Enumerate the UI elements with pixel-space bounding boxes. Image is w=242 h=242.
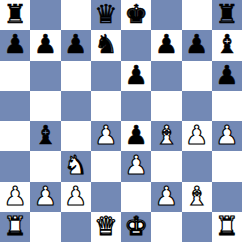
square-f6[interactable] xyxy=(151,61,181,91)
piece-white-pawn[interactable]: ♟ xyxy=(3,183,26,209)
piece-black-bishop[interactable]: ♝ xyxy=(215,31,238,57)
piece-white-pawn[interactable]: ♟ xyxy=(124,152,147,178)
piece-white-pawn[interactable]: ♟ xyxy=(155,183,178,209)
square-b4[interactable]: ♝ xyxy=(30,121,60,151)
square-e7[interactable] xyxy=(121,30,151,60)
square-d3[interactable] xyxy=(91,151,121,181)
square-f2[interactable]: ♟ xyxy=(151,182,181,212)
square-f4[interactable]: ♝ xyxy=(151,121,181,151)
square-h3[interactable] xyxy=(212,151,242,181)
square-f1[interactable] xyxy=(151,212,181,242)
square-g1[interactable] xyxy=(182,212,212,242)
square-g7[interactable]: ♟ xyxy=(182,30,212,60)
square-c1[interactable] xyxy=(61,212,91,242)
square-g6[interactable] xyxy=(182,61,212,91)
piece-white-pawn[interactable]: ♟ xyxy=(34,183,57,209)
square-g4[interactable]: ♟ xyxy=(182,121,212,151)
piece-black-king[interactable]: ♚ xyxy=(124,1,147,27)
square-d4[interactable]: ♟ xyxy=(91,121,121,151)
square-e3[interactable]: ♟ xyxy=(121,151,151,181)
square-c5[interactable] xyxy=(61,91,91,121)
square-h1[interactable]: ♜ xyxy=(212,212,242,242)
square-f8[interactable] xyxy=(151,0,181,30)
piece-white-pawn[interactable]: ♟ xyxy=(94,122,117,148)
square-a6[interactable] xyxy=(0,61,30,91)
piece-black-pawn[interactable]: ♟ xyxy=(185,31,208,57)
piece-black-pawn[interactable]: ♟ xyxy=(215,62,238,88)
square-g8[interactable] xyxy=(182,0,212,30)
square-h8[interactable]: ♜ xyxy=(212,0,242,30)
square-b2[interactable]: ♟ xyxy=(30,182,60,212)
square-e2[interactable] xyxy=(121,182,151,212)
square-c2[interactable]: ♟ xyxy=(61,182,91,212)
square-f5[interactable] xyxy=(151,91,181,121)
piece-white-pawn[interactable]: ♟ xyxy=(64,183,87,209)
square-a4[interactable] xyxy=(0,121,30,151)
piece-white-knight[interactable]: ♞ xyxy=(64,152,87,178)
square-h6[interactable]: ♟ xyxy=(212,61,242,91)
square-h7[interactable]: ♝ xyxy=(212,30,242,60)
piece-black-rook[interactable]: ♜ xyxy=(215,1,238,27)
square-a7[interactable]: ♟ xyxy=(0,30,30,60)
chess-board: ♜♛♚♜♟♟♟♞♟♟♝♟♟♝♟♟♝♟♟♞♟♟♟♟♟♝♜♛♚♜ xyxy=(0,0,242,242)
square-e4[interactable]: ♟ xyxy=(121,121,151,151)
square-b6[interactable] xyxy=(30,61,60,91)
square-b8[interactable] xyxy=(30,0,60,30)
piece-black-pawn[interactable]: ♟ xyxy=(34,31,57,57)
square-c3[interactable]: ♞ xyxy=(61,151,91,181)
piece-white-king[interactable]: ♚ xyxy=(124,213,147,239)
square-d1[interactable]: ♛ xyxy=(91,212,121,242)
chess-board-container: ♜♛♚♜♟♟♟♞♟♟♝♟♟♝♟♟♝♟♟♞♟♟♟♟♟♝♜♛♚♜ xyxy=(0,0,242,242)
square-e1[interactable]: ♚ xyxy=(121,212,151,242)
square-f3[interactable] xyxy=(151,151,181,181)
square-b5[interactable] xyxy=(30,91,60,121)
piece-black-queen[interactable]: ♛ xyxy=(94,1,117,27)
piece-white-bishop[interactable]: ♝ xyxy=(155,122,178,148)
piece-white-rook[interactable]: ♜ xyxy=(215,213,238,239)
square-c4[interactable] xyxy=(61,121,91,151)
square-b7[interactable]: ♟ xyxy=(30,30,60,60)
square-a5[interactable] xyxy=(0,91,30,121)
square-e6[interactable]: ♟ xyxy=(121,61,151,91)
piece-white-pawn[interactable]: ♟ xyxy=(215,122,238,148)
square-c7[interactable]: ♟ xyxy=(61,30,91,60)
piece-black-pawn[interactable]: ♟ xyxy=(124,62,147,88)
piece-white-rook[interactable]: ♜ xyxy=(3,213,26,239)
square-a2[interactable]: ♟ xyxy=(0,182,30,212)
square-a1[interactable]: ♜ xyxy=(0,212,30,242)
square-d2[interactable] xyxy=(91,182,121,212)
square-c6[interactable] xyxy=(61,61,91,91)
piece-black-knight[interactable]: ♞ xyxy=(94,31,117,57)
square-d7[interactable]: ♞ xyxy=(91,30,121,60)
square-h4[interactable]: ♟ xyxy=(212,121,242,151)
square-e5[interactable] xyxy=(121,91,151,121)
piece-white-bishop[interactable]: ♝ xyxy=(185,183,208,209)
piece-black-bishop[interactable]: ♝ xyxy=(34,122,57,148)
square-b3[interactable] xyxy=(30,151,60,181)
square-d6[interactable] xyxy=(91,61,121,91)
piece-black-pawn[interactable]: ♟ xyxy=(64,31,87,57)
square-d8[interactable]: ♛ xyxy=(91,0,121,30)
square-a8[interactable]: ♜ xyxy=(0,0,30,30)
piece-black-pawn[interactable]: ♟ xyxy=(155,31,178,57)
square-f7[interactable]: ♟ xyxy=(151,30,181,60)
square-g5[interactable] xyxy=(182,91,212,121)
square-e8[interactable]: ♚ xyxy=(121,0,151,30)
piece-black-pawn[interactable]: ♟ xyxy=(3,31,26,57)
square-c8[interactable] xyxy=(61,0,91,30)
piece-white-pawn[interactable]: ♟ xyxy=(185,122,208,148)
square-h2[interactable] xyxy=(212,182,242,212)
piece-white-queen[interactable]: ♛ xyxy=(94,213,117,239)
square-h5[interactable] xyxy=(212,91,242,121)
piece-black-rook[interactable]: ♜ xyxy=(3,1,26,27)
square-g2[interactable]: ♝ xyxy=(182,182,212,212)
square-d5[interactable] xyxy=(91,91,121,121)
square-a3[interactable] xyxy=(0,151,30,181)
square-b1[interactable] xyxy=(30,212,60,242)
square-g3[interactable] xyxy=(182,151,212,181)
piece-black-pawn[interactable]: ♟ xyxy=(124,122,147,148)
